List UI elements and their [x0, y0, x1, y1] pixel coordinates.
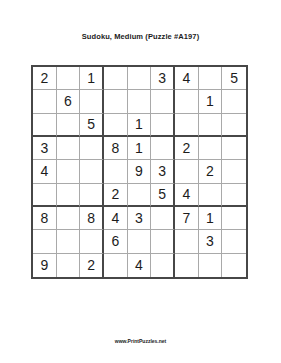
- cell-r2c9[interactable]: [222, 90, 246, 113]
- cell-r5c3[interactable]: [80, 160, 104, 183]
- cell-r8c8[interactable]: 3: [199, 230, 223, 253]
- cell-r1c4[interactable]: [104, 67, 128, 90]
- cell-r4c1[interactable]: 3: [33, 137, 57, 160]
- cell-r3c4[interactable]: [104, 114, 128, 137]
- cell-r8c2[interactable]: [57, 230, 81, 253]
- cell-r9c8[interactable]: [199, 254, 223, 277]
- cell-r8c5[interactable]: [128, 230, 152, 253]
- cell-r6c7[interactable]: 4: [175, 184, 199, 207]
- cell-r8c6[interactable]: [151, 230, 175, 253]
- cell-r2c2[interactable]: 6: [57, 90, 81, 113]
- cell-r2c5[interactable]: [128, 90, 152, 113]
- cell-r5c7[interactable]: [175, 160, 199, 183]
- cell-r6c2[interactable]: [57, 184, 81, 207]
- cell-r9c9[interactable]: [222, 254, 246, 277]
- cell-r8c1[interactable]: [33, 230, 57, 253]
- cell-r1c9[interactable]: 5: [222, 67, 246, 90]
- cell-r9c4[interactable]: [104, 254, 128, 277]
- cell-r2c8[interactable]: 1: [199, 90, 223, 113]
- cell-r5c6[interactable]: 3: [151, 160, 175, 183]
- cell-r9c1[interactable]: 9: [33, 254, 57, 277]
- cell-r4c2[interactable]: [57, 137, 81, 160]
- cell-r2c6[interactable]: [151, 90, 175, 113]
- cell-r6c5[interactable]: [128, 184, 152, 207]
- cell-r9c6[interactable]: [151, 254, 175, 277]
- cell-r1c7[interactable]: 4: [175, 67, 199, 90]
- printable-page: Sudoku, Medium (Puzzle #A197) 2134561513…: [0, 0, 281, 363]
- cell-r5c8[interactable]: 2: [199, 160, 223, 183]
- cell-r5c2[interactable]: [57, 160, 81, 183]
- cell-r7c8[interactable]: 1: [199, 207, 223, 230]
- cell-r5c1[interactable]: 4: [33, 160, 57, 183]
- cell-r7c3[interactable]: 8: [80, 207, 104, 230]
- cell-r2c4[interactable]: [104, 90, 128, 113]
- cell-r6c3[interactable]: [80, 184, 104, 207]
- cell-r4c5[interactable]: 1: [128, 137, 152, 160]
- cell-r3c9[interactable]: [222, 114, 246, 137]
- cell-r6c4[interactable]: 2: [104, 184, 128, 207]
- cell-r5c4[interactable]: [104, 160, 128, 183]
- cell-r9c2[interactable]: [57, 254, 81, 277]
- cell-r9c7[interactable]: [175, 254, 199, 277]
- cell-r4c3[interactable]: [80, 137, 104, 160]
- cell-r1c6[interactable]: 3: [151, 67, 175, 90]
- cell-r4c8[interactable]: [199, 137, 223, 160]
- cell-r3c6[interactable]: [151, 114, 175, 137]
- puzzle-title: Sudoku, Medium (Puzzle #A197): [0, 32, 281, 41]
- cell-r4c7[interactable]: 2: [175, 137, 199, 160]
- cell-r9c5[interactable]: 4: [128, 254, 152, 277]
- cell-r4c4[interactable]: 8: [104, 137, 128, 160]
- cell-r7c4[interactable]: 4: [104, 207, 128, 230]
- cell-r7c6[interactable]: [151, 207, 175, 230]
- cell-r1c8[interactable]: [199, 67, 223, 90]
- cell-r1c5[interactable]: [128, 67, 152, 90]
- cell-r3c5[interactable]: 1: [128, 114, 152, 137]
- cell-r8c9[interactable]: [222, 230, 246, 253]
- cell-r4c9[interactable]: [222, 137, 246, 160]
- cell-r3c8[interactable]: [199, 114, 223, 137]
- cell-r5c5[interactable]: 9: [128, 160, 152, 183]
- cell-r8c7[interactable]: [175, 230, 199, 253]
- cell-r2c1[interactable]: [33, 90, 57, 113]
- cell-r4c6[interactable]: [151, 137, 175, 160]
- cell-r9c3[interactable]: 2: [80, 254, 104, 277]
- cell-r1c1[interactable]: 2: [33, 67, 57, 90]
- footer-site-url: www.PrintPuzzles.net: [0, 338, 281, 344]
- cell-r7c1[interactable]: 8: [33, 207, 57, 230]
- cell-r6c9[interactable]: [222, 184, 246, 207]
- cell-r1c3[interactable]: 1: [80, 67, 104, 90]
- cell-r7c5[interactable]: 3: [128, 207, 152, 230]
- cell-r6c1[interactable]: [33, 184, 57, 207]
- cell-r8c3[interactable]: [80, 230, 104, 253]
- cell-r3c3[interactable]: 5: [80, 114, 104, 137]
- cell-r7c7[interactable]: 7: [175, 207, 199, 230]
- cell-r3c2[interactable]: [57, 114, 81, 137]
- cell-r3c7[interactable]: [175, 114, 199, 137]
- cell-r6c8[interactable]: [199, 184, 223, 207]
- cell-r7c9[interactable]: [222, 207, 246, 230]
- cell-r6c6[interactable]: 5: [151, 184, 175, 207]
- cell-r1c2[interactable]: [57, 67, 81, 90]
- cell-r8c4[interactable]: 6: [104, 230, 128, 253]
- cell-r2c7[interactable]: [175, 90, 199, 113]
- cell-r3c1[interactable]: [33, 114, 57, 137]
- cell-r7c2[interactable]: [57, 207, 81, 230]
- sudoku-board: 2134561513812493225488437163924: [31, 65, 248, 279]
- cell-r5c9[interactable]: [222, 160, 246, 183]
- cell-r2c3[interactable]: [80, 90, 104, 113]
